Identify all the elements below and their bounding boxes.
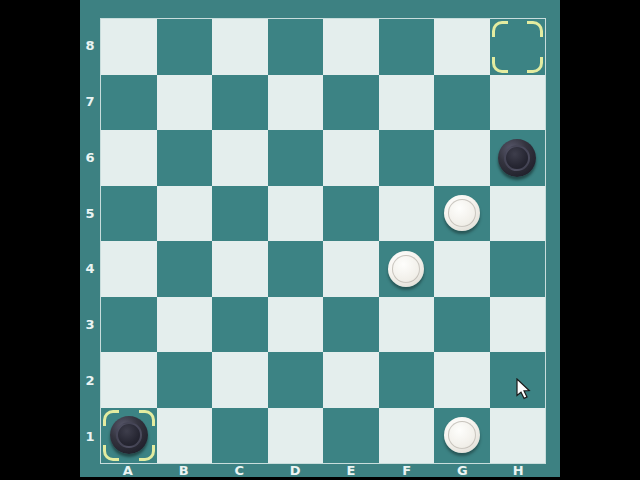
file-label-C: C	[212, 463, 268, 477]
file-label-H: H	[490, 463, 546, 477]
square-G4[interactable]	[434, 241, 490, 297]
square-D5[interactable]	[268, 186, 324, 242]
rank-label-6: 6	[80, 130, 100, 186]
square-E6[interactable]	[323, 130, 379, 186]
square-G6[interactable]	[434, 130, 490, 186]
square-D4[interactable]	[268, 241, 324, 297]
square-B5[interactable]	[157, 186, 213, 242]
board-grid	[100, 18, 546, 464]
square-B3[interactable]	[157, 297, 213, 353]
rank-label-3: 3	[80, 297, 100, 353]
file-label-A: A	[100, 463, 156, 477]
square-G8[interactable]	[434, 19, 490, 75]
square-E7[interactable]	[323, 75, 379, 131]
square-A6[interactable]	[101, 130, 157, 186]
file-label-G: G	[435, 463, 491, 477]
file-label-D: D	[267, 463, 323, 477]
square-G1[interactable]	[434, 408, 490, 464]
square-H1[interactable]	[490, 408, 546, 464]
rank-label-5: 5	[80, 185, 100, 241]
square-E5[interactable]	[323, 186, 379, 242]
square-C6[interactable]	[212, 130, 268, 186]
square-H5[interactable]	[490, 186, 546, 242]
rank-label-2: 2	[80, 353, 100, 409]
square-C7[interactable]	[212, 75, 268, 131]
file-label-B: B	[156, 463, 212, 477]
square-E3[interactable]	[323, 297, 379, 353]
square-F6[interactable]	[379, 130, 435, 186]
square-G5[interactable]	[434, 186, 490, 242]
square-B8[interactable]	[157, 19, 213, 75]
rank-labels: 87654321	[80, 18, 100, 464]
black-checker-piece[interactable]	[498, 139, 536, 177]
square-B2[interactable]	[157, 352, 213, 408]
square-C2[interactable]	[212, 352, 268, 408]
square-A7[interactable]	[101, 75, 157, 131]
square-F1[interactable]	[379, 408, 435, 464]
square-A3[interactable]	[101, 297, 157, 353]
square-C4[interactable]	[212, 241, 268, 297]
square-E8[interactable]	[323, 19, 379, 75]
white-checker-piece[interactable]	[444, 195, 480, 231]
square-F4[interactable]	[379, 241, 435, 297]
square-D6[interactable]	[268, 130, 324, 186]
square-G2[interactable]	[434, 352, 490, 408]
highlight-corner-marker	[492, 21, 508, 37]
square-A4[interactable]	[101, 241, 157, 297]
square-H6[interactable]	[490, 130, 546, 186]
square-D1[interactable]	[268, 408, 324, 464]
square-C1[interactable]	[212, 408, 268, 464]
highlight-corner-marker	[492, 57, 508, 73]
square-D2[interactable]	[268, 352, 324, 408]
square-F7[interactable]	[379, 75, 435, 131]
file-label-E: E	[323, 463, 379, 477]
square-H8[interactable]	[490, 19, 546, 75]
square-B4[interactable]	[157, 241, 213, 297]
square-H2[interactable]	[490, 352, 546, 408]
square-A8[interactable]	[101, 19, 157, 75]
square-E1[interactable]	[323, 408, 379, 464]
square-F3[interactable]	[379, 297, 435, 353]
square-A5[interactable]	[101, 186, 157, 242]
square-F8[interactable]	[379, 19, 435, 75]
highlight-corner-marker	[527, 57, 543, 73]
square-D7[interactable]	[268, 75, 324, 131]
square-C8[interactable]	[212, 19, 268, 75]
square-H3[interactable]	[490, 297, 546, 353]
square-H7[interactable]	[490, 75, 546, 131]
square-D8[interactable]	[268, 19, 324, 75]
white-checker-piece[interactable]	[444, 417, 480, 453]
file-labels: ABCDEFGH	[100, 463, 546, 477]
square-C3[interactable]	[212, 297, 268, 353]
square-E2[interactable]	[323, 352, 379, 408]
square-B1[interactable]	[157, 408, 213, 464]
square-H4[interactable]	[490, 241, 546, 297]
black-checker-piece[interactable]	[110, 416, 148, 454]
square-F2[interactable]	[379, 352, 435, 408]
rank-label-1: 1	[80, 408, 100, 464]
square-G7[interactable]	[434, 75, 490, 131]
square-E4[interactable]	[323, 241, 379, 297]
rank-label-4: 4	[80, 241, 100, 297]
file-label-F: F	[379, 463, 435, 477]
square-C5[interactable]	[212, 186, 268, 242]
highlight-corner-marker	[527, 21, 543, 37]
rank-label-7: 7	[80, 74, 100, 130]
square-B7[interactable]	[157, 75, 213, 131]
square-A1[interactable]	[101, 408, 157, 464]
square-F5[interactable]	[379, 186, 435, 242]
square-D3[interactable]	[268, 297, 324, 353]
white-checker-piece[interactable]	[388, 251, 424, 287]
rank-label-8: 8	[80, 18, 100, 74]
checkers-board: 87654321 ABCDEFGH	[80, 0, 560, 477]
square-A2[interactable]	[101, 352, 157, 408]
square-G3[interactable]	[434, 297, 490, 353]
screen: 87654321 ABCDEFGH	[0, 0, 640, 480]
square-B6[interactable]	[157, 130, 213, 186]
